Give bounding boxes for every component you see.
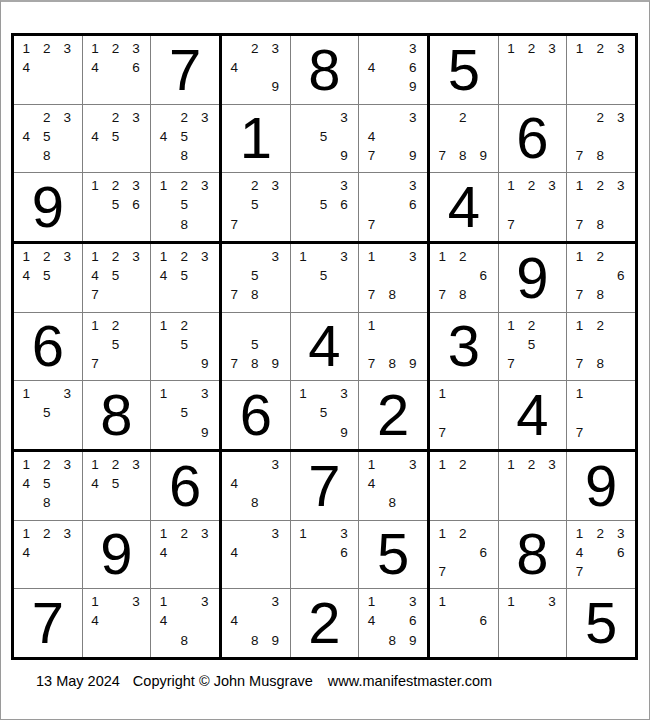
pencil-mark-3: 3	[57, 455, 78, 474]
pencil-mark-8: 8	[174, 146, 195, 165]
pencil-mark-3: 3	[265, 247, 286, 266]
cell-r6c2[interactable]: 8	[83, 381, 151, 449]
cell-r8c9[interactable]: 123467	[567, 521, 635, 589]
cell-r3c3[interactable]: 12358	[151, 173, 219, 241]
pencil-mark-2: 2	[105, 455, 126, 474]
pencil-mark-empty	[313, 562, 334, 581]
cell-r5c5[interactable]: 4	[291, 313, 359, 381]
cell-r6c3[interactable]: 1359	[151, 381, 219, 449]
cell-r2c3[interactable]: 23458	[151, 105, 219, 173]
cell-r6c9[interactable]: 17	[567, 381, 635, 449]
pencil-mark-1: 1	[501, 176, 522, 195]
pencil-mark-empty	[85, 77, 106, 96]
big-digit: 1	[222, 105, 290, 173]
big-digit: 4	[291, 313, 359, 381]
pencil-mark-6: 6	[334, 543, 355, 562]
cell-r9c9[interactable]: 5	[567, 589, 635, 657]
cell-r6c1[interactable]: 135	[14, 381, 82, 449]
pencil-mark-empty	[569, 77, 590, 96]
big-digit: 6	[14, 313, 82, 381]
pencil-mark-7: 7	[569, 562, 590, 581]
pencil-mark-8: 8	[590, 146, 611, 165]
pencil-marks: 1278	[569, 316, 631, 374]
pencil-mark-empty	[126, 316, 147, 335]
pencil-marks: 12346	[85, 39, 147, 97]
pencil-mark-5: 5	[174, 127, 195, 146]
pencil-mark-1: 1	[432, 455, 453, 474]
pencil-mark-1: 1	[16, 384, 37, 403]
pencil-mark-empty	[265, 612, 286, 631]
pencil-marks: 12378	[569, 176, 631, 234]
pencil-mark-empty	[590, 423, 611, 442]
cell-r5c7[interactable]: 3	[430, 313, 498, 381]
cell-r4c2[interactable]: 123457	[83, 244, 151, 312]
pencil-marks: 3489	[224, 592, 286, 650]
pencil-mark-empty	[265, 266, 286, 285]
cell-r8c5[interactable]: 136	[291, 521, 359, 589]
pencil-mark-empty	[313, 146, 334, 165]
pencil-mark-empty	[473, 404, 494, 423]
pencil-mark-7: 7	[361, 354, 382, 373]
pencil-mark-3: 3	[126, 39, 147, 58]
cell-r9c5[interactable]: 2	[291, 589, 359, 657]
cell-r9c3[interactable]: 1348	[151, 589, 219, 657]
pencil-mark-empty	[501, 335, 522, 354]
cell-r4c8[interactable]: 9	[499, 244, 567, 312]
cell-r5c1[interactable]: 6	[14, 313, 82, 381]
pencil-mark-3: 3	[334, 108, 355, 127]
pencil-mark-empty	[432, 631, 453, 650]
pencil-mark-empty	[542, 196, 563, 215]
pencil-mark-7: 7	[224, 285, 245, 304]
cell-r5c8[interactable]: 1257	[499, 313, 567, 381]
pencil-mark-2: 2	[174, 247, 195, 266]
pencil-mark-empty	[293, 562, 314, 581]
cell-r2c4[interactable]: 1	[222, 105, 290, 173]
pencil-mark-2: 2	[590, 108, 611, 127]
pencil-marks: 1359	[293, 384, 355, 442]
pencil-mark-empty	[473, 455, 494, 474]
pencil-mark-empty	[402, 316, 423, 335]
pencil-marks: 1257	[501, 316, 563, 374]
pencil-mark-1: 1	[501, 455, 522, 474]
cell-r8c7[interactable]: 1267	[430, 521, 498, 589]
pencil-mark-4: 4	[361, 58, 382, 77]
pencil-mark-empty	[610, 562, 631, 581]
pencil-mark-empty	[293, 176, 314, 195]
cell-r7c6[interactable]: 1348	[359, 452, 427, 520]
pencil-mark-3: 3	[334, 384, 355, 403]
pencil-mark-empty	[57, 474, 78, 493]
pencil-mark-empty	[590, 543, 611, 562]
box-3-2: 3487134834136534892134689	[222, 452, 427, 657]
pencil-mark-empty	[521, 631, 542, 650]
cell-r9c7[interactable]: 16	[430, 589, 498, 657]
cell-r3c1[interactable]: 9	[14, 173, 82, 241]
pencil-mark-7: 7	[501, 215, 522, 234]
cell-r7c3[interactable]: 6	[151, 452, 219, 520]
cell-r2c8[interactable]: 6	[499, 105, 567, 173]
cell-r6c4[interactable]: 6	[222, 381, 290, 449]
cell-r1c8[interactable]: 123	[499, 36, 567, 104]
pencil-mark-6: 6	[610, 266, 631, 285]
pencil-mark-empty	[153, 631, 174, 650]
pencil-mark-empty	[473, 631, 494, 650]
pencil-marks: 367	[361, 176, 423, 234]
pencil-mark-7: 7	[361, 215, 382, 234]
cell-r4c3[interactable]: 12345	[151, 244, 219, 312]
cell-r7c9[interactable]: 9	[567, 452, 635, 520]
big-digit: 2	[291, 589, 359, 657]
pencil-marks: 123467	[569, 524, 631, 582]
pencil-mark-4: 4	[16, 543, 37, 562]
big-digit: 5	[359, 521, 427, 589]
cell-r7c2[interactable]: 12345	[83, 452, 151, 520]
pencil-mark-3: 3	[194, 108, 215, 127]
cell-r2c2[interactable]: 2345	[83, 105, 151, 173]
pencil-mark-empty	[126, 285, 147, 304]
cell-r7c7[interactable]: 12	[430, 452, 498, 520]
pencil-mark-5: 5	[105, 266, 126, 285]
cell-r1c5[interactable]: 8	[291, 36, 359, 104]
pencil-mark-7: 7	[501, 354, 522, 373]
pencil-mark-3: 3	[334, 247, 355, 266]
pencil-mark-empty	[265, 543, 286, 562]
pencil-mark-3: 3	[265, 455, 286, 474]
pencil-mark-empty	[85, 146, 106, 165]
cell-r3c8[interactable]: 1237	[499, 173, 567, 241]
cell-r1c2[interactable]: 12346	[83, 36, 151, 104]
pencil-mark-empty	[501, 77, 522, 96]
pencil-mark-empty	[224, 196, 245, 215]
pencil-mark-empty	[432, 127, 453, 146]
pencil-mark-empty	[245, 474, 266, 493]
cell-r4c1[interactable]: 12345	[14, 244, 82, 312]
pencil-mark-empty	[224, 455, 245, 474]
cell-r6c6[interactable]: 2	[359, 381, 427, 449]
pencil-mark-empty	[194, 285, 215, 304]
pencil-mark-6: 6	[473, 543, 494, 562]
pencil-mark-3: 3	[126, 455, 147, 474]
pencil-mark-4: 4	[16, 58, 37, 77]
pencil-mark-empty	[16, 285, 37, 304]
cell-r4c7[interactable]: 12678	[430, 244, 498, 312]
pencil-mark-4: 4	[361, 127, 382, 146]
pencil-mark-empty	[265, 196, 286, 215]
pencil-mark-3: 3	[334, 176, 355, 195]
pencil-mark-empty	[224, 266, 245, 285]
pencil-mark-empty	[265, 316, 286, 335]
cell-r5c9[interactable]: 1278	[567, 313, 635, 381]
pencil-marks: 12345	[85, 455, 147, 513]
pencil-mark-6: 6	[126, 58, 147, 77]
cell-r3c9[interactable]: 12378	[567, 173, 635, 241]
cell-r5c3[interactable]: 1259	[151, 313, 219, 381]
cell-r7c5[interactable]: 7	[291, 452, 359, 520]
pencil-mark-empty	[293, 127, 314, 146]
pencil-mark-empty	[293, 215, 314, 234]
pencil-marks: 2345	[85, 108, 147, 166]
pencil-mark-7: 7	[432, 562, 453, 581]
pencil-marks: 135	[293, 247, 355, 305]
pencil-mark-empty	[153, 108, 174, 127]
pencil-mark-4: 4	[16, 474, 37, 493]
pencil-mark-empty	[382, 146, 403, 165]
pencil-mark-4: 4	[224, 58, 245, 77]
pencil-mark-2: 2	[245, 39, 266, 58]
pencil-mark-empty	[265, 493, 286, 512]
pencil-mark-3: 3	[402, 108, 423, 127]
big-digit: 8	[499, 521, 567, 589]
cell-r4c6[interactable]: 1378	[359, 244, 427, 312]
pencil-mark-1: 1	[85, 316, 106, 335]
pencil-mark-empty	[85, 335, 106, 354]
cell-r7c8[interactable]: 123	[499, 452, 567, 520]
pencil-mark-empty	[473, 592, 494, 611]
cell-r4c4[interactable]: 3578	[222, 244, 290, 312]
cell-r6c8[interactable]: 4	[499, 381, 567, 449]
cell-r3c6[interactable]: 367	[359, 173, 427, 241]
pencil-mark-1: 1	[85, 247, 106, 266]
pencil-mark-empty	[382, 196, 403, 215]
pencil-mark-empty	[453, 592, 474, 611]
pencil-mark-empty	[590, 127, 611, 146]
pencil-mark-empty	[174, 612, 195, 631]
pencil-mark-3: 3	[57, 39, 78, 58]
pencil-marks: 136	[293, 524, 355, 582]
cell-r3c2[interactable]: 12356	[83, 173, 151, 241]
cell-r3c5[interactable]: 356	[291, 173, 359, 241]
pencil-mark-empty	[542, 77, 563, 96]
pencil-marks: 17	[432, 384, 494, 442]
pencil-mark-1: 1	[153, 176, 174, 195]
pencil-mark-empty	[57, 146, 78, 165]
cell-r9c2[interactable]: 134	[83, 589, 151, 657]
cell-r8c4[interactable]: 34	[222, 521, 290, 589]
pencil-mark-3: 3	[402, 176, 423, 195]
cell-r2c1[interactable]: 23458	[14, 105, 82, 173]
cell-r9c4[interactable]: 3489	[222, 589, 290, 657]
pencil-mark-3: 3	[194, 524, 215, 543]
pencil-mark-empty	[521, 354, 542, 373]
pencil-mark-5: 5	[313, 266, 334, 285]
pencil-mark-2: 2	[590, 39, 611, 58]
pencil-mark-5: 5	[174, 196, 195, 215]
cell-r6c5[interactable]: 1359	[291, 381, 359, 449]
pencil-mark-5: 5	[174, 266, 195, 285]
cell-r8c3[interactable]: 1234	[151, 521, 219, 589]
big-digit: 8	[83, 381, 151, 449]
pencil-mark-5: 5	[105, 127, 126, 146]
pencil-mark-empty	[85, 196, 106, 215]
pencil-mark-1: 1	[569, 384, 590, 403]
pencil-mark-7: 7	[361, 285, 382, 304]
cell-r1c1[interactable]: 1234	[14, 36, 82, 104]
big-digit: 9	[499, 244, 567, 312]
pencil-mark-empty	[521, 474, 542, 493]
pencil-mark-2: 2	[453, 247, 474, 266]
pencil-mark-empty	[194, 127, 215, 146]
pencil-mark-1: 1	[569, 524, 590, 543]
pencil-mark-4: 4	[361, 612, 382, 631]
cell-r4c5[interactable]: 135	[291, 244, 359, 312]
pencil-mark-empty	[590, 404, 611, 423]
pencil-mark-empty	[402, 215, 423, 234]
pencil-mark-1: 1	[85, 455, 106, 474]
pencil-mark-empty	[265, 285, 286, 304]
pencil-mark-empty	[473, 247, 494, 266]
cell-r6c7[interactable]: 17	[430, 381, 498, 449]
pencil-marks: 1257	[85, 316, 147, 374]
pencil-mark-empty	[542, 612, 563, 631]
pencil-mark-4: 4	[85, 612, 106, 631]
pencil-mark-empty	[610, 404, 631, 423]
cell-r3c7[interactable]: 4	[430, 173, 498, 241]
pencil-mark-1: 1	[16, 524, 37, 543]
cell-r4c9[interactable]: 12678	[567, 244, 635, 312]
cell-r2c5[interactable]: 359	[291, 105, 359, 173]
pencil-marks: 23458	[153, 108, 215, 166]
pencil-mark-5: 5	[37, 474, 58, 493]
pencil-mark-1: 1	[153, 316, 174, 335]
pencil-mark-7: 7	[569, 285, 590, 304]
pencil-mark-4: 4	[153, 612, 174, 631]
pencil-mark-6: 6	[126, 196, 147, 215]
pencil-marks: 1234	[16, 524, 78, 582]
pencil-mark-9: 9	[265, 354, 286, 373]
pencil-mark-8: 8	[245, 493, 266, 512]
pencil-mark-empty	[293, 146, 314, 165]
pencil-mark-empty	[153, 285, 174, 304]
pencil-mark-5: 5	[521, 335, 542, 354]
cell-r2c7[interactable]: 2789	[430, 105, 498, 173]
box-1-1: 12341234672345823452345891235612358	[14, 36, 219, 241]
pencil-mark-empty	[293, 543, 314, 562]
pencil-mark-empty	[402, 127, 423, 146]
cell-r1c4[interactable]: 2349	[222, 36, 290, 104]
pencil-mark-empty	[432, 404, 453, 423]
pencil-mark-empty	[610, 196, 631, 215]
pencil-marks: 1348	[153, 592, 215, 650]
pencil-mark-1: 1	[432, 524, 453, 543]
cell-r1c3[interactable]: 7	[151, 36, 219, 104]
pencil-mark-empty	[521, 77, 542, 96]
box-3-3: 1212391267812346716135	[430, 452, 635, 657]
pencil-mark-empty	[473, 384, 494, 403]
cell-r8c2[interactable]: 9	[83, 521, 151, 589]
pencil-mark-empty	[569, 404, 590, 423]
pencil-mark-empty	[542, 493, 563, 512]
pencil-mark-empty	[224, 562, 245, 581]
pencil-mark-3: 3	[402, 247, 423, 266]
cell-r9c8[interactable]: 13	[499, 589, 567, 657]
pencil-mark-1: 1	[293, 384, 314, 403]
pencil-mark-empty	[224, 524, 245, 543]
cell-r1c7[interactable]: 5	[430, 36, 498, 104]
cell-r5c6[interactable]: 1789	[359, 313, 427, 381]
pencil-mark-3: 3	[265, 39, 286, 58]
pencil-mark-2: 2	[105, 39, 126, 58]
pencil-mark-empty	[245, 247, 266, 266]
cell-r9c6[interactable]: 134689	[359, 589, 427, 657]
pencil-mark-empty	[105, 215, 126, 234]
pencil-mark-empty	[16, 493, 37, 512]
pencil-mark-1: 1	[16, 39, 37, 58]
pencil-mark-empty	[265, 474, 286, 493]
pencil-mark-empty	[334, 266, 355, 285]
cell-r1c6[interactable]: 3469	[359, 36, 427, 104]
cell-r5c2[interactable]: 1257	[83, 313, 151, 381]
pencil-mark-empty	[126, 127, 147, 146]
pencil-mark-5: 5	[245, 266, 266, 285]
cell-r2c9[interactable]: 2378	[567, 105, 635, 173]
pencil-mark-7: 7	[569, 354, 590, 373]
cell-r8c1[interactable]: 1234	[14, 521, 82, 589]
cell-r7c4[interactable]: 348	[222, 452, 290, 520]
big-digit: 7	[291, 452, 359, 520]
pencil-mark-empty	[313, 247, 334, 266]
pencil-mark-empty	[174, 543, 195, 562]
pencil-mark-empty	[313, 423, 334, 442]
pencil-mark-empty	[361, 335, 382, 354]
pencil-mark-empty	[521, 58, 542, 77]
pencil-mark-1: 1	[85, 592, 106, 611]
pencil-mark-1: 1	[85, 176, 106, 195]
pencil-mark-1: 1	[293, 524, 314, 543]
pencil-mark-1: 1	[432, 247, 453, 266]
cell-r5c4[interactable]: 5789	[222, 313, 290, 381]
pencil-mark-5: 5	[313, 127, 334, 146]
pencil-mark-empty	[313, 524, 334, 543]
box-1-2: 234983469135934792357356367	[222, 36, 427, 241]
pencil-mark-empty	[501, 474, 522, 493]
cell-r8c8[interactable]: 8	[499, 521, 567, 589]
pencil-marks: 123	[569, 39, 631, 97]
cell-r9c1[interactable]: 7	[14, 589, 82, 657]
pencil-marks: 1259	[153, 316, 215, 374]
pencil-mark-empty	[361, 493, 382, 512]
pencil-mark-empty	[153, 196, 174, 215]
pencil-mark-empty	[473, 562, 494, 581]
pencil-mark-empty	[224, 77, 245, 96]
pencil-mark-empty	[590, 562, 611, 581]
pencil-mark-empty	[194, 335, 215, 354]
pencil-mark-2: 2	[521, 455, 542, 474]
pencil-mark-empty	[194, 266, 215, 285]
pencil-mark-empty	[174, 285, 195, 304]
pencil-mark-empty	[57, 58, 78, 77]
pencil-marks: 12678	[569, 247, 631, 305]
pencil-mark-empty	[245, 524, 266, 543]
cell-r8c6[interactable]: 5	[359, 521, 427, 589]
pencil-mark-3: 3	[542, 176, 563, 195]
pencil-mark-7: 7	[361, 146, 382, 165]
pencil-marks: 12358	[153, 176, 215, 234]
pencil-mark-empty	[313, 285, 334, 304]
pencil-marks: 348	[224, 455, 286, 513]
cell-r2c6[interactable]: 3479	[359, 105, 427, 173]
pencil-mark-empty	[453, 612, 474, 631]
pencil-marks: 12356	[85, 176, 147, 234]
cell-r1c9[interactable]: 123	[567, 36, 635, 104]
pencil-mark-8: 8	[245, 631, 266, 650]
big-digit: 6	[151, 452, 219, 520]
cell-r3c4[interactable]: 2357	[222, 173, 290, 241]
pencil-mark-7: 7	[569, 146, 590, 165]
sudoku-board: 1234123467234582345234589123561235823498…	[11, 33, 638, 660]
pencil-mark-2: 2	[37, 108, 58, 127]
cell-r7c1[interactable]: 123458	[14, 452, 82, 520]
